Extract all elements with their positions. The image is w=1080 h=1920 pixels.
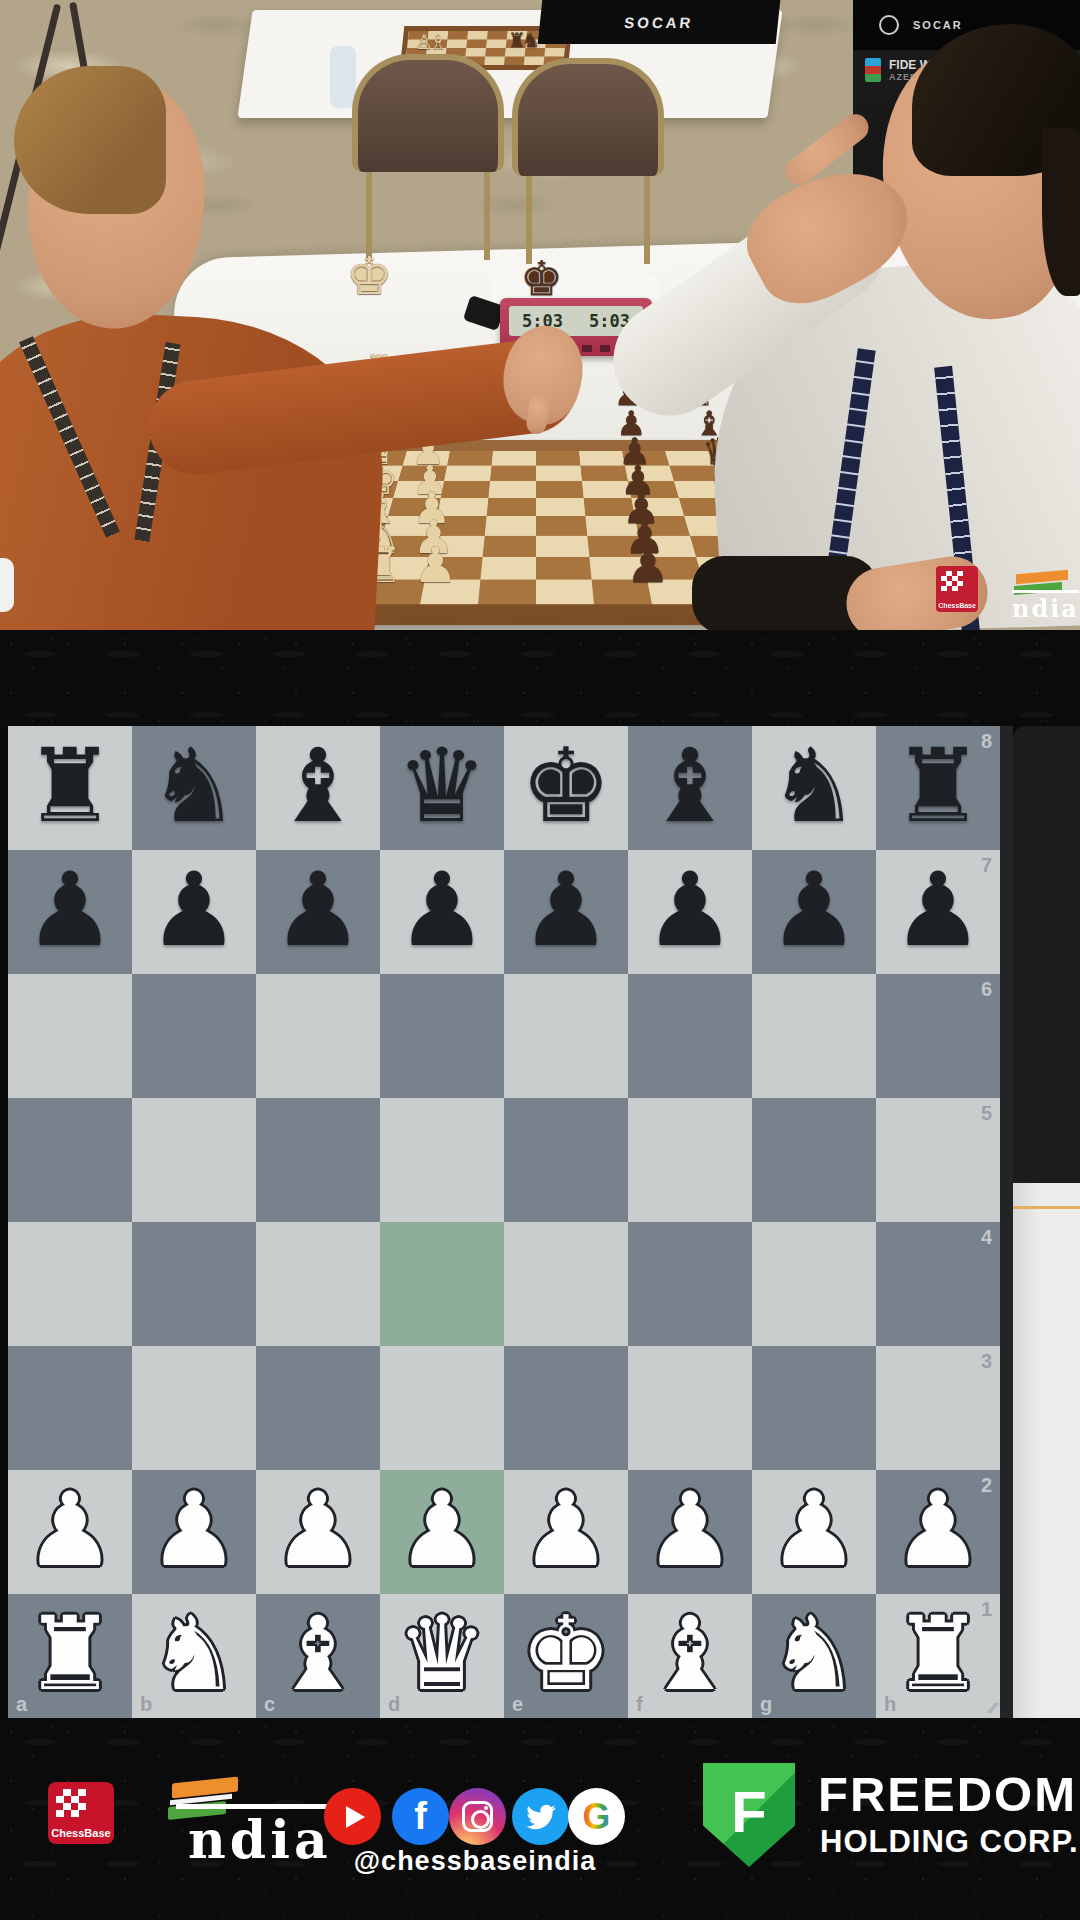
- chessbase-watermark-label: ChessBase: [936, 602, 978, 609]
- square-c2[interactable]: ♟: [256, 1470, 380, 1594]
- square-b3[interactable]: [132, 1346, 256, 1470]
- white-pawn-d2[interactable]: ♟: [396, 1479, 487, 1581]
- white-pawn-b2[interactable]: ♟: [148, 1479, 239, 1581]
- square-a1[interactable]: a♜: [8, 1594, 132, 1718]
- square-e7[interactable]: ♟: [504, 850, 628, 974]
- chessbase-checker-icon: [941, 571, 963, 591]
- square-f1[interactable]: f♝: [628, 1594, 752, 1718]
- side-strip: [1000, 726, 1013, 1718]
- india-watermark-logo: ndia: [986, 566, 1080, 622]
- spare-white-piece: ♚: [346, 250, 393, 302]
- square-c3[interactable]: [256, 1346, 380, 1470]
- black-pawn-b7[interactable]: ♟: [148, 859, 239, 961]
- freedom-subtitle: HOLDING CORP.: [820, 1824, 1079, 1860]
- white-knight-b1[interactable]: ♞: [148, 1603, 239, 1705]
- footer: ChessBase ndia f G @chessbaseindia F FRE…: [0, 1718, 1080, 1920]
- water-bottle: [330, 46, 356, 108]
- chessbase-checker-icon: [56, 1789, 86, 1817]
- square-f4[interactable]: [628, 1222, 752, 1346]
- side-panel-light: [1013, 1183, 1080, 1718]
- chessbase-watermark-logo: ChessBase: [936, 566, 978, 612]
- physical-piece: ♟: [414, 541, 458, 590]
- black-knight-b8[interactable]: ♞: [148, 735, 239, 837]
- background-black-pieces: ♜♞: [508, 28, 536, 52]
- square-f2[interactable]: ♟: [628, 1470, 752, 1594]
- freedom-shield-icon: F: [703, 1763, 795, 1867]
- black-bishop-c8[interactable]: ♝: [272, 735, 363, 837]
- facebook-icon: f: [392, 1788, 449, 1845]
- event-flag-icon: [865, 58, 881, 82]
- square-g3[interactable]: [752, 1346, 876, 1470]
- square-d2[interactable]: ♟: [380, 1470, 504, 1594]
- black-knight-g8[interactable]: ♞: [768, 735, 859, 837]
- chessbase-logo-label: ChessBase: [48, 1827, 114, 1839]
- orange-divider-line: [1013, 1206, 1080, 1209]
- square-d1[interactable]: d♛: [380, 1594, 504, 1718]
- black-pawn-a7[interactable]: ♟: [24, 859, 115, 961]
- rank-label-3: 3: [981, 1350, 992, 1373]
- square-b6[interactable]: [132, 974, 256, 1098]
- rank-label-4: 4: [981, 1226, 992, 1249]
- square-d4[interactable]: [380, 1222, 504, 1346]
- square-c7[interactable]: ♟: [256, 850, 380, 974]
- resize-handle-icon[interactable]: ∕∕: [991, 1699, 996, 1716]
- black-king-e8[interactable]: ♚: [520, 735, 611, 837]
- square-a2[interactable]: ♟: [8, 1470, 132, 1594]
- square-e4[interactable]: [504, 1222, 628, 1346]
- digital-board: ♜♞♝♛♚♝♞8♜♟♟♟♟♟♟♟7♟6543♟♟♟♟♟♟♟2♟a♜b♞c♝d♛e…: [8, 726, 1000, 1718]
- broadcast-photo: ♙♗ ♜♞ SOCAR SOCAR FIDE WO AZERBAIJ ♜♞♝♛♚…: [0, 0, 1080, 630]
- facebook-letter: f: [414, 1795, 427, 1838]
- square-g7[interactable]: ♟: [752, 850, 876, 974]
- square-g4[interactable]: [752, 1222, 876, 1346]
- square-d6[interactable]: [380, 974, 504, 1098]
- rank-label-5: 5: [981, 1102, 992, 1125]
- square-h4[interactable]: 4: [876, 1222, 1000, 1346]
- square-a3[interactable]: [8, 1346, 132, 1470]
- fide-icon: [879, 15, 899, 35]
- square-h2[interactable]: 2♟: [876, 1470, 1000, 1594]
- white-pawn-c2[interactable]: ♟: [272, 1479, 363, 1581]
- square-b4[interactable]: [132, 1222, 256, 1346]
- background-white-pieces: ♙♗: [415, 30, 443, 54]
- black-pawn-h7[interactable]: ♟: [892, 859, 983, 961]
- socar-banner: SOCAR: [538, 0, 781, 44]
- black-rook-a8[interactable]: ♜: [24, 735, 115, 837]
- white-king-e1[interactable]: ♚: [520, 1603, 611, 1705]
- spare-black-piece: ♚: [520, 254, 563, 302]
- freedom-title: FREEDOM: [818, 1766, 1077, 1822]
- square-g1[interactable]: g♞: [752, 1594, 876, 1718]
- square-g8[interactable]: ♞: [752, 726, 876, 850]
- square-e8[interactable]: ♚: [504, 726, 628, 850]
- white-pawn-h2[interactable]: ♟: [892, 1479, 983, 1581]
- stream-frame: ♙♗ ♜♞ SOCAR SOCAR FIDE WO AZERBAIJ ♜♞♝♛♚…: [0, 0, 1080, 1920]
- square-b7[interactable]: ♟: [132, 850, 256, 974]
- square-g5[interactable]: [752, 1098, 876, 1222]
- black-pawn-c7[interactable]: ♟: [272, 859, 363, 961]
- square-f7[interactable]: ♟: [628, 850, 752, 974]
- white-pawn-e2[interactable]: ♟: [520, 1479, 611, 1581]
- square-b8[interactable]: ♞: [132, 726, 256, 850]
- square-f5[interactable]: [628, 1098, 752, 1222]
- square-h7[interactable]: 7♟: [876, 850, 1000, 974]
- square-a5[interactable]: [8, 1098, 132, 1222]
- white-rook-h1[interactable]: ♜: [892, 1603, 983, 1705]
- white-bishop-c1[interactable]: ♝: [272, 1603, 363, 1705]
- side-panel: [1013, 726, 1080, 1718]
- twitter-icon: [512, 1788, 569, 1845]
- board-zone: ♜♞♝♛♚♝♞8♜♟♟♟♟♟♟♟7♟6543♟♟♟♟♟♟♟2♟a♜b♞c♝d♛e…: [0, 726, 1080, 1718]
- square-f6[interactable]: [628, 974, 752, 1098]
- divider-strip: [0, 630, 1080, 726]
- square-e6[interactable]: [504, 974, 628, 1098]
- google-letter: G: [582, 1796, 610, 1838]
- white-queen-d1[interactable]: ♛: [396, 1603, 487, 1705]
- square-h5[interactable]: 5: [876, 1098, 1000, 1222]
- square-c4[interactable]: [256, 1222, 380, 1346]
- square-g2[interactable]: ♟: [752, 1470, 876, 1594]
- chessbase-logo: ChessBase: [48, 1782, 114, 1844]
- black-bishop-f8[interactable]: ♝: [644, 735, 735, 837]
- white-bishop-f1[interactable]: ♝: [644, 1603, 735, 1705]
- youtube-icon: [324, 1788, 381, 1845]
- white-pawn-g2[interactable]: ♟: [768, 1479, 859, 1581]
- square-h3[interactable]: 3: [876, 1346, 1000, 1470]
- square-a7[interactable]: ♟: [8, 850, 132, 974]
- rank-label-6: 6: [981, 978, 992, 1001]
- square-d8[interactable]: ♛: [380, 726, 504, 850]
- square-a6[interactable]: [8, 974, 132, 1098]
- black-queen-d8[interactable]: ♛: [396, 735, 487, 837]
- side-panel-dark: [1013, 726, 1080, 1183]
- square-h8[interactable]: 8♜: [876, 726, 1000, 850]
- square-f3[interactable]: [628, 1346, 752, 1470]
- black-pawn-f7[interactable]: ♟: [644, 859, 735, 961]
- instagram-icon: [449, 1788, 506, 1845]
- square-b2[interactable]: ♟: [132, 1470, 256, 1594]
- square-d5[interactable]: [380, 1098, 504, 1222]
- square-d3[interactable]: [380, 1346, 504, 1470]
- black-pawn-e7[interactable]: ♟: [520, 859, 611, 961]
- social-handle: @chessbaseindia: [310, 1846, 640, 1877]
- square-b5[interactable]: [132, 1098, 256, 1222]
- india-watermark-label: ndia: [1012, 590, 1079, 623]
- black-rook-h8[interactable]: ♜: [892, 735, 983, 837]
- play-icon: [346, 1806, 365, 1828]
- square-b1[interactable]: b♞: [132, 1594, 256, 1718]
- square-e2[interactable]: ♟: [504, 1470, 628, 1594]
- square-e1[interactable]: e♚: [504, 1594, 628, 1718]
- square-d7[interactable]: ♟: [380, 850, 504, 974]
- square-e5[interactable]: [504, 1098, 628, 1222]
- square-c1[interactable]: c♝: [256, 1594, 380, 1718]
- chair: [512, 58, 664, 176]
- white-knight-g1[interactable]: ♞: [768, 1603, 859, 1705]
- square-g6[interactable]: [752, 974, 876, 1098]
- white-rook-a1[interactable]: ♜: [24, 1603, 115, 1705]
- square-c8[interactable]: ♝: [256, 726, 380, 850]
- square-h1[interactable]: 1h∕∕♜: [876, 1594, 1000, 1718]
- left-edge-tab: [0, 558, 14, 612]
- india-logo: ndia: [120, 1748, 320, 1888]
- black-pawn-d7[interactable]: ♟: [396, 859, 487, 961]
- white-pawn-a2[interactable]: ♟: [24, 1479, 115, 1581]
- white-pawn-f2[interactable]: ♟: [644, 1479, 735, 1581]
- black-pawn-g7[interactable]: ♟: [768, 859, 859, 961]
- twitter-bird-icon: [525, 1801, 557, 1833]
- square-c5[interactable]: [256, 1098, 380, 1222]
- physical-piece: ♟: [626, 541, 670, 590]
- square-f8[interactable]: ♝: [628, 726, 752, 850]
- square-a8[interactable]: ♜: [8, 726, 132, 850]
- square-h6[interactable]: 6: [876, 974, 1000, 1098]
- chair: [352, 54, 504, 172]
- google-icon: G: [568, 1788, 625, 1845]
- camera-icon: [462, 1801, 493, 1832]
- square-e3[interactable]: [504, 1346, 628, 1470]
- square-a4[interactable]: [8, 1222, 132, 1346]
- socar-strip-label: SOCAR: [913, 19, 963, 31]
- player-left-hair: [14, 66, 166, 214]
- file-label-f: f: [636, 1693, 643, 1716]
- square-c6[interactable]: [256, 974, 380, 1098]
- watermark: ChessBase ndia: [936, 566, 1080, 622]
